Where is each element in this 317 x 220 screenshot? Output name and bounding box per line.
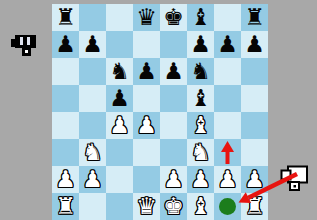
white-pawn: ♟ [136,112,157,139]
white-pawn: ♟ [190,166,211,193]
black-pawn: ♟ [190,31,211,58]
black-pawn: ♟ [217,31,238,58]
square-a4[interactable] [52,112,79,139]
white-pawn: ♟ [163,166,184,193]
white-rook: ♜ [55,193,76,220]
square-h2[interactable]: ♟ [241,166,268,193]
square-e1[interactable]: ♚ [160,193,187,220]
square-c2[interactable] [106,166,133,193]
square-a5[interactable] [52,85,79,112]
square-c3[interactable] [106,139,133,166]
square-g4[interactable] [214,112,241,139]
square-c7[interactable] [106,31,133,58]
black-rook: ♜ [244,4,265,31]
square-g7[interactable]: ♟ [214,31,241,58]
white-pawn: ♟ [217,166,238,193]
square-b4[interactable] [79,112,106,139]
black-bishop: ♝ [190,85,211,112]
square-a3[interactable] [52,139,79,166]
white-knight: ♞ [190,139,211,166]
square-e6[interactable]: ♟ [160,58,187,85]
white-knight: ♞ [82,139,103,166]
square-d1[interactable]: ♛ [133,193,160,220]
square-b6[interactable] [79,58,106,85]
black-king: ♚ [163,4,184,31]
square-f7[interactable]: ♟ [187,31,214,58]
square-g8[interactable] [214,4,241,31]
square-b1[interactable] [79,193,106,220]
white-queen: ♛ [136,193,157,220]
square-b7[interactable]: ♟ [79,31,106,58]
square-g1[interactable] [214,193,241,220]
black-queen: ♛ [136,4,157,31]
square-b8[interactable] [79,4,106,31]
square-d6[interactable]: ♟ [133,58,160,85]
square-d2[interactable] [133,166,160,193]
square-a7[interactable]: ♟ [52,31,79,58]
square-g2[interactable]: ♟ [214,166,241,193]
black-pawn: ♟ [109,85,130,112]
black-bishop: ♝ [190,4,211,31]
white-camera-icon[interactable] [280,164,310,191]
square-b3[interactable]: ♞ [79,139,106,166]
black-camera-icon[interactable] [11,33,37,56]
square-h8[interactable]: ♜ [241,4,268,31]
square-b2[interactable]: ♟ [79,166,106,193]
square-e4[interactable] [160,112,187,139]
square-f2[interactable]: ♟ [187,166,214,193]
square-b5[interactable] [79,85,106,112]
square-h7[interactable]: ♟ [241,31,268,58]
square-g3[interactable] [214,139,241,166]
square-g6[interactable] [214,58,241,85]
black-knight: ♞ [190,58,211,85]
white-bishop: ♝ [190,193,211,220]
square-h4[interactable] [241,112,268,139]
square-c8[interactable] [106,4,133,31]
square-f6[interactable]: ♞ [187,58,214,85]
square-h3[interactable] [241,139,268,166]
black-pawn: ♟ [82,31,103,58]
square-d8[interactable]: ♛ [133,4,160,31]
square-a8[interactable]: ♜ [52,4,79,31]
square-d5[interactable] [133,85,160,112]
white-pawn: ♟ [244,166,265,193]
square-h1[interactable]: ♜ [241,193,268,220]
square-f3[interactable]: ♞ [187,139,214,166]
white-pawn: ♟ [55,166,76,193]
white-rook: ♜ [244,193,265,220]
chess-app-window: ♜♛♚♝♜♟♟♟♟♟♞♟♟♞♟♝♟♟♝♞♞♟♟♟♟♟♟♜♛♚♝♜ [0,0,317,220]
black-knight: ♞ [109,58,130,85]
square-f4[interactable]: ♝ [187,112,214,139]
black-pawn: ♟ [244,31,265,58]
square-a6[interactable] [52,58,79,85]
square-a2[interactable]: ♟ [52,166,79,193]
square-c4[interactable]: ♟ [106,112,133,139]
white-bishop: ♝ [190,112,211,139]
square-g5[interactable] [214,85,241,112]
white-pawn: ♟ [82,166,103,193]
square-f5[interactable]: ♝ [187,85,214,112]
square-e5[interactable] [160,85,187,112]
black-rook: ♜ [55,4,76,31]
square-d4[interactable]: ♟ [133,112,160,139]
square-e3[interactable] [160,139,187,166]
square-c5[interactable]: ♟ [106,85,133,112]
square-d7[interactable] [133,31,160,58]
white-pawn: ♟ [109,112,130,139]
square-c6[interactable]: ♞ [106,58,133,85]
square-c1[interactable] [106,193,133,220]
white-king: ♚ [163,193,184,220]
square-f8[interactable]: ♝ [187,4,214,31]
black-pawn: ♟ [55,31,76,58]
square-h5[interactable] [241,85,268,112]
square-d3[interactable] [133,139,160,166]
black-pawn: ♟ [163,58,184,85]
black-pawn: ♟ [136,58,157,85]
chess-board: ♜♛♚♝♜♟♟♟♟♟♞♟♟♞♟♝♟♟♝♞♞♟♟♟♟♟♟♜♛♚♝♜ [52,4,268,220]
square-e2[interactable]: ♟ [160,166,187,193]
square-e7[interactable] [160,31,187,58]
square-a1[interactable]: ♜ [52,193,79,220]
square-f1[interactable]: ♝ [187,193,214,220]
square-e8[interactable]: ♚ [160,4,187,31]
square-h6[interactable] [241,58,268,85]
